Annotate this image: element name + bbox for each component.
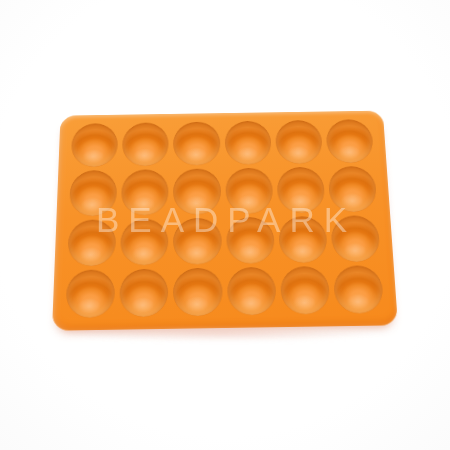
mold-cavity — [226, 216, 275, 263]
mold-cavity — [173, 122, 220, 166]
mold-cavity — [69, 170, 117, 216]
mold-cavity — [173, 267, 222, 316]
mold-cavity — [276, 167, 325, 213]
mold-cavity — [330, 215, 381, 262]
mold-cavity — [225, 168, 273, 214]
mold-cavity — [280, 266, 331, 315]
mold-cavity — [227, 267, 277, 316]
mold-cavity — [275, 120, 323, 164]
mold-cavity — [120, 218, 168, 265]
mold-cavity — [121, 169, 168, 215]
mold-cavity — [67, 219, 116, 266]
mold-cavity — [71, 123, 118, 167]
mold-cavity — [333, 265, 384, 314]
mold-cavity — [65, 269, 115, 318]
tray-shadow-reflection — [68, 329, 380, 342]
muffin-mold-tray — [52, 111, 398, 331]
mold-cavity — [224, 121, 271, 165]
mold-cavity — [325, 119, 374, 163]
product-photo-canvas: BEADPARK — [0, 0, 450, 450]
mold-cavity — [122, 122, 169, 166]
mold-cavity — [328, 166, 378, 212]
mold-cavity — [278, 216, 328, 263]
mold-cavity-grid — [52, 111, 398, 331]
mold-cavity — [173, 169, 220, 215]
mold-cavity — [173, 217, 221, 264]
mold-cavity — [119, 268, 168, 317]
